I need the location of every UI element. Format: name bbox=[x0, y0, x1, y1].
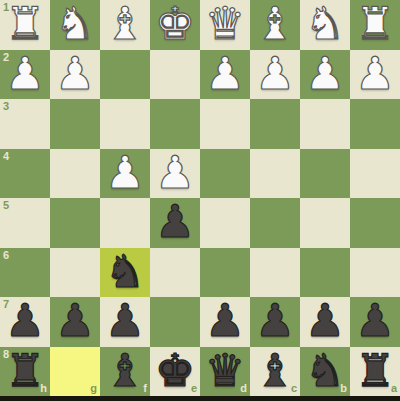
square-e8[interactable]: e♚ bbox=[150, 347, 200, 397]
white-pawn[interactable]: ♟ bbox=[155, 148, 195, 198]
rank-label-3: 3 bbox=[3, 101, 9, 112]
black-knight[interactable]: ♞ bbox=[105, 247, 145, 297]
black-queen[interactable]: ♛ bbox=[205, 346, 245, 396]
black-pawn[interactable]: ♟ bbox=[5, 296, 45, 346]
square-b7[interactable]: ♟ bbox=[300, 297, 350, 347]
black-knight[interactable]: ♞ bbox=[305, 346, 345, 396]
rank-label-4: 4 bbox=[3, 151, 9, 162]
bottom-bar bbox=[0, 396, 400, 401]
square-c1[interactable]: ♝ bbox=[250, 0, 300, 50]
black-bishop[interactable]: ♝ bbox=[255, 346, 295, 396]
black-pawn[interactable]: ♟ bbox=[255, 296, 295, 346]
square-a5[interactable] bbox=[350, 198, 400, 248]
white-pawn[interactable]: ♟ bbox=[355, 49, 395, 99]
black-bishop[interactable]: ♝ bbox=[105, 346, 145, 396]
black-pawn[interactable]: ♟ bbox=[355, 296, 395, 346]
square-f1[interactable]: ♝ bbox=[100, 0, 150, 50]
black-king[interactable]: ♚ bbox=[155, 346, 195, 396]
square-d2[interactable]: ♟ bbox=[200, 50, 250, 100]
file-label-g: g bbox=[90, 383, 97, 394]
chess-board: 1♜♞♝♚♛♝♞♜2♟♟♟♟♟♟34♟♟5♟6♞7♟♟♟♟♟♟♟8h♜gf♝e♚… bbox=[0, 0, 400, 396]
square-d5[interactable] bbox=[200, 198, 250, 248]
square-d7[interactable]: ♟ bbox=[200, 297, 250, 347]
square-b3[interactable] bbox=[300, 99, 350, 149]
white-knight[interactable]: ♞ bbox=[55, 0, 95, 49]
square-e1[interactable]: ♚ bbox=[150, 0, 200, 50]
rank-label-5: 5 bbox=[3, 200, 9, 211]
white-bishop[interactable]: ♝ bbox=[255, 0, 295, 49]
white-pawn[interactable]: ♟ bbox=[105, 148, 145, 198]
white-pawn[interactable]: ♟ bbox=[55, 49, 95, 99]
square-f8[interactable]: f♝ bbox=[100, 347, 150, 397]
square-e2[interactable] bbox=[150, 50, 200, 100]
square-g6[interactable] bbox=[50, 248, 100, 298]
square-c5[interactable] bbox=[250, 198, 300, 248]
white-rook[interactable]: ♜ bbox=[5, 0, 45, 49]
square-e6[interactable] bbox=[150, 248, 200, 298]
square-h4[interactable]: 4 bbox=[0, 149, 50, 199]
square-b5[interactable] bbox=[300, 198, 350, 248]
square-h1[interactable]: 1♜ bbox=[0, 0, 50, 50]
square-d6[interactable] bbox=[200, 248, 250, 298]
black-rook[interactable]: ♜ bbox=[355, 346, 395, 396]
square-c7[interactable]: ♟ bbox=[250, 297, 300, 347]
white-pawn[interactable]: ♟ bbox=[305, 49, 345, 99]
square-g2[interactable]: ♟ bbox=[50, 50, 100, 100]
square-d1[interactable]: ♛ bbox=[200, 0, 250, 50]
square-g5[interactable] bbox=[50, 198, 100, 248]
black-pawn[interactable]: ♟ bbox=[55, 296, 95, 346]
square-a4[interactable] bbox=[350, 149, 400, 199]
white-pawn[interactable]: ♟ bbox=[255, 49, 295, 99]
square-f4[interactable]: ♟ bbox=[100, 149, 150, 199]
square-h3[interactable]: 3 bbox=[0, 99, 50, 149]
square-f7[interactable]: ♟ bbox=[100, 297, 150, 347]
square-e5[interactable]: ♟ bbox=[150, 198, 200, 248]
white-knight[interactable]: ♞ bbox=[305, 0, 345, 49]
square-a6[interactable] bbox=[350, 248, 400, 298]
white-queen[interactable]: ♛ bbox=[205, 0, 245, 49]
white-pawn[interactable]: ♟ bbox=[5, 49, 45, 99]
white-king[interactable]: ♚ bbox=[155, 0, 195, 49]
square-e4[interactable]: ♟ bbox=[150, 149, 200, 199]
square-c4[interactable] bbox=[250, 149, 300, 199]
square-d3[interactable] bbox=[200, 99, 250, 149]
square-g3[interactable] bbox=[50, 99, 100, 149]
black-rook[interactable]: ♜ bbox=[5, 346, 45, 396]
square-b1[interactable]: ♞ bbox=[300, 0, 350, 50]
square-c6[interactable] bbox=[250, 248, 300, 298]
square-a2[interactable]: ♟ bbox=[350, 50, 400, 100]
square-e3[interactable] bbox=[150, 99, 200, 149]
square-a3[interactable] bbox=[350, 99, 400, 149]
black-pawn[interactable]: ♟ bbox=[305, 296, 345, 346]
square-d8[interactable]: d♛ bbox=[200, 347, 250, 397]
square-c2[interactable]: ♟ bbox=[250, 50, 300, 100]
black-pawn[interactable]: ♟ bbox=[205, 296, 245, 346]
square-h6[interactable]: 6 bbox=[0, 248, 50, 298]
square-h5[interactable]: 5 bbox=[0, 198, 50, 248]
square-g7[interactable]: ♟ bbox=[50, 297, 100, 347]
square-g1[interactable]: ♞ bbox=[50, 0, 100, 50]
square-b2[interactable]: ♟ bbox=[300, 50, 350, 100]
square-e7[interactable] bbox=[150, 297, 200, 347]
square-f6[interactable]: ♞ bbox=[100, 248, 150, 298]
square-f5[interactable] bbox=[100, 198, 150, 248]
square-a8[interactable]: a♜ bbox=[350, 347, 400, 397]
white-pawn[interactable]: ♟ bbox=[205, 49, 245, 99]
square-c8[interactable]: c♝ bbox=[250, 347, 300, 397]
black-pawn[interactable]: ♟ bbox=[155, 197, 195, 247]
white-rook[interactable]: ♜ bbox=[355, 0, 395, 49]
square-g8[interactable]: g bbox=[50, 347, 100, 397]
rank-label-6: 6 bbox=[3, 250, 9, 261]
square-f2[interactable] bbox=[100, 50, 150, 100]
square-h2[interactable]: 2♟ bbox=[0, 50, 50, 100]
black-pawn[interactable]: ♟ bbox=[105, 296, 145, 346]
square-a1[interactable]: ♜ bbox=[350, 0, 400, 50]
chess-app: 1♜♞♝♚♛♝♞♜2♟♟♟♟♟♟34♟♟5♟6♞7♟♟♟♟♟♟♟8h♜gf♝e♚… bbox=[0, 0, 400, 401]
white-bishop[interactable]: ♝ bbox=[105, 0, 145, 49]
square-c3[interactable] bbox=[250, 99, 300, 149]
square-a7[interactable]: ♟ bbox=[350, 297, 400, 347]
square-h8[interactable]: 8h♜ bbox=[0, 347, 50, 397]
square-g4[interactable] bbox=[50, 149, 100, 199]
square-h7[interactable]: 7♟ bbox=[0, 297, 50, 347]
square-b4[interactable] bbox=[300, 149, 350, 199]
square-f3[interactable] bbox=[100, 99, 150, 149]
square-d4[interactable] bbox=[200, 149, 250, 199]
square-b8[interactable]: b♞ bbox=[300, 347, 350, 397]
square-b6[interactable] bbox=[300, 248, 350, 298]
